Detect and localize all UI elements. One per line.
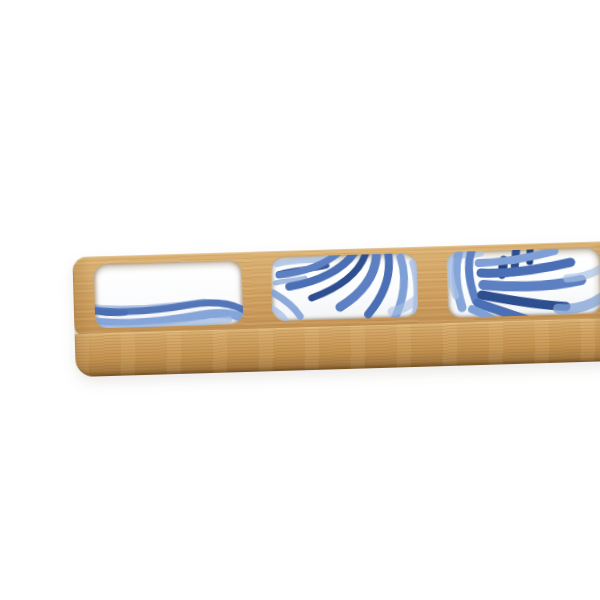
leaf-pattern-middle [270,253,418,321]
compartment-middle [270,253,418,321]
leaf-strokes [270,253,418,321]
wave-strokes [94,299,244,328]
wave-pattern-left [94,260,244,328]
serving-tray [72,241,600,377]
photo-caption: Rectangular wooden serving tray with thr… [40,16,41,17]
leaf-pattern-right [446,247,600,318]
compartment-right [446,247,600,318]
product-photo: Rectangular wooden serving tray with thr… [40,16,600,600]
compartment-left [94,260,244,328]
leaf-strokes [450,247,600,318]
